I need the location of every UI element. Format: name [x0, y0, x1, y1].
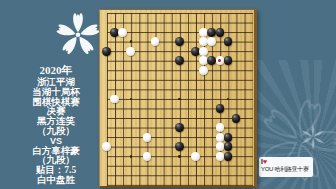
black-stone — [216, 28, 225, 37]
black-stone — [224, 142, 233, 151]
board-grid — [107, 13, 254, 186]
white-stone — [151, 37, 160, 46]
white-stone — [102, 142, 111, 151]
go-board[interactable] — [99, 9, 257, 188]
black-stone — [224, 152, 233, 161]
white-stone — [118, 28, 127, 37]
black-stone — [175, 37, 184, 46]
white-stone — [143, 133, 152, 142]
white-stone — [216, 123, 225, 132]
white-stone — [191, 152, 200, 161]
star-point — [130, 40, 133, 43]
white-stone — [216, 142, 225, 151]
star-point — [130, 98, 133, 101]
white-stone — [110, 95, 119, 104]
black-stone — [232, 114, 241, 123]
caption-panel: 2020年 浙江平湖 当湖十局杯 围棋快棋赛 决赛 黑方连笑 （九段） VS 白… — [0, 0, 99, 189]
white-stone — [126, 47, 135, 56]
white-stone — [199, 47, 208, 56]
watermark-line2: YOU 哈利路亚十赛 — [261, 166, 311, 172]
black-stone — [216, 104, 225, 113]
black-stone — [207, 28, 216, 37]
channel-watermark-box: I♥ YOU 哈利路亚十赛 — [259, 157, 313, 177]
star-point — [178, 155, 181, 158]
caption-line: 2020年 — [0, 66, 112, 77]
black-stone — [224, 37, 233, 46]
black-stone — [102, 47, 111, 56]
caption-line-result: 白中盘胜 — [0, 176, 112, 186]
white-stone — [216, 152, 225, 161]
event-caption: 2020年 浙江平湖 当湖十局杯 围棋快棋赛 决赛 黑方连笑 （九段） VS 白… — [0, 66, 112, 186]
black-stone — [224, 56, 233, 65]
heart-icon: ♥ — [263, 158, 267, 165]
flower-logo-icon — [52, 2, 104, 64]
flower-sparkle-icon — [298, 122, 328, 152]
white-stone — [207, 37, 216, 46]
white-stone — [143, 152, 152, 161]
white-stone — [199, 66, 208, 75]
black-stone — [224, 133, 233, 142]
star-point — [178, 98, 181, 101]
star-point — [130, 155, 133, 158]
black-stone — [207, 56, 216, 65]
video-frame: 2020年 浙江平湖 当湖十局杯 围棋快棋赛 决赛 黑方连笑 （九段） VS 白… — [0, 0, 336, 189]
white-stone — [216, 133, 225, 142]
black-stone — [175, 123, 184, 132]
watermark-line1: I♥ — [261, 158, 311, 165]
black-stone — [175, 56, 184, 65]
star-point — [227, 98, 230, 101]
black-stone — [175, 142, 184, 151]
